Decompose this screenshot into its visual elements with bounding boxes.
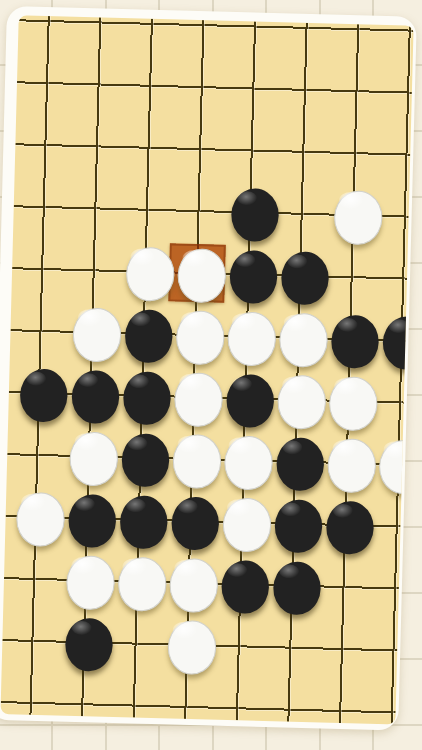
black-stone: ●: [323, 496, 368, 549]
white-stone: ●: [13, 488, 58, 541]
stone-glyph: ●: [322, 493, 367, 550]
white-stone: ●: [165, 616, 210, 669]
black-stone: ●: [16, 364, 61, 417]
stone-glyph: ●: [115, 550, 160, 607]
white-stone: ●: [115, 553, 160, 606]
black-stone: ●: [379, 312, 414, 365]
stone-glyph: ●: [379, 309, 414, 366]
stone-glyph: ●: [16, 361, 61, 418]
black-stone: ●: [218, 556, 263, 609]
stone-glyph: ●: [269, 554, 314, 611]
stone-glyph: ●: [164, 613, 209, 670]
board-frame: ●●●●●●●●●●●●●●●●●●●●●●●●●●●●●●●●●●●●●●●●…: [0, 6, 417, 730]
goban[interactable]: ●●●●●●●●●●●●●●●●●●●●●●●●●●●●●●●●●●●●●●●●…: [0, 15, 413, 724]
white-stone: ●: [376, 436, 414, 489]
black-stone: ●: [269, 557, 314, 610]
stone-glyph: ●: [218, 553, 263, 610]
black-stone: ●: [61, 614, 106, 667]
stone-glyph: ●: [61, 611, 106, 668]
stone-glyph: ●: [13, 485, 58, 542]
stone-glyph: ●: [376, 433, 414, 490]
app-background: ●●●●●●●●●●●●●●●●●●●●●●●●●●●●●●●●●●●●●●●●…: [0, 0, 422, 750]
stone-glyph: ●: [331, 183, 376, 240]
white-stone: ●: [331, 186, 376, 239]
